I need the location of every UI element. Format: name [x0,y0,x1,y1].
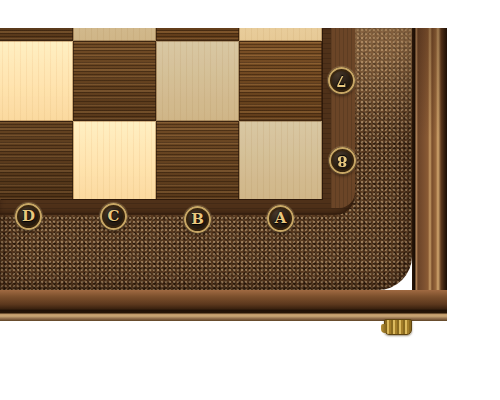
chess-squares-grid [0,28,322,199]
file-label-a-glyph: A [275,211,287,226]
square-c7 [73,41,156,121]
rank-label-7: 7 [328,67,355,94]
inner-frame-strip-right [331,28,355,208]
file-label-d: D [15,203,42,230]
file-label-c: C [100,203,127,230]
outer-molding-corner [412,290,447,321]
square-b6 [156,28,239,41]
file-label-d-glyph: D [22,209,35,224]
square-a6 [239,28,322,41]
file-label-b-glyph: B [191,212,204,227]
file-label-b: B [184,206,211,233]
square-d8 [0,121,73,199]
brass-latch-icon [384,319,412,335]
file-label-c-glyph: C [108,209,120,224]
white-background: DCBA78 [0,0,500,400]
rank-label-7-glyph: 7 [336,73,346,88]
chessboard-photo: DCBA78 [0,28,447,321]
square-d6 [0,28,73,41]
square-b8 [156,121,239,199]
carved-border-highlight [355,28,412,146]
outer-molding-bottom [0,290,447,321]
file-label-a: A [267,205,294,232]
playing-squares-area [0,28,322,199]
rank-label-8: 8 [329,147,356,174]
square-a8 [239,121,322,199]
square-a7 [239,41,322,121]
square-b7 [156,41,239,121]
square-d7 [0,41,73,121]
outer-molding-right [412,28,447,290]
rank-label-8-glyph: 8 [337,153,347,168]
square-c6 [73,28,156,41]
square-c8 [73,121,156,199]
